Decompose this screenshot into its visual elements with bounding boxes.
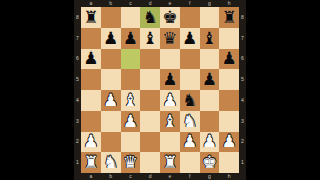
square-h5[interactable] [219,69,239,90]
file-label-e: e [160,0,180,7]
square-e5[interactable]: ♟ [160,69,180,90]
square-a5[interactable] [81,69,101,90]
square-h1[interactable] [219,152,239,173]
piece-black-pawn: ♟ [222,50,237,67]
rank-label-8: 8 [74,7,81,28]
square-f7[interactable]: ♟ [180,28,200,49]
piece-black-rook: ♜ [83,8,98,25]
square-g5[interactable]: ♟ [200,69,220,90]
rank-label-4: 4 [74,90,81,111]
piece-white-bishop: ♝ [123,91,138,108]
file-label-a: a [81,0,101,7]
rank-label-5: 5 [74,69,81,90]
rank-label-6: 6 [239,49,246,70]
square-d2[interactable] [140,132,160,153]
square-g8[interactable] [200,7,220,28]
rank-labels-right: 87654321 [239,7,246,173]
piece-black-pawn: ♟ [83,50,98,67]
square-c2[interactable] [121,132,141,153]
square-g1[interactable]: ♚ [200,152,220,173]
square-d6[interactable] [140,49,160,70]
square-c5[interactable] [121,69,141,90]
file-label-b: b [101,0,121,7]
piece-black-rook: ♜ [222,8,237,25]
square-b8[interactable] [101,7,121,28]
square-f6[interactable] [180,49,200,70]
piece-black-pawn: ♟ [202,71,217,88]
file-label-a: a [81,173,101,180]
piece-white-pawn: ♟ [83,133,98,150]
square-b3[interactable] [101,111,121,132]
rank-labels-left: 87654321 [74,7,81,173]
piece-white-pawn: ♟ [103,91,118,108]
square-h3[interactable] [219,111,239,132]
square-b5[interactable] [101,69,121,90]
piece-white-pawn: ♟ [222,133,237,150]
video-frame: abcdefgh abcdefgh 87654321 87654321 ♜♞♚♜… [0,0,320,180]
file-label-f: f [180,0,200,7]
square-h2[interactable]: ♟ [219,132,239,153]
rank-label-1: 1 [239,152,246,173]
square-b6[interactable] [101,49,121,70]
square-h7[interactable] [219,28,239,49]
square-d1[interactable] [140,152,160,173]
square-e8[interactable]: ♚ [160,7,180,28]
square-g7[interactable]: ♝ [200,28,220,49]
rank-label-1: 1 [74,152,81,173]
file-label-g: g [200,173,220,180]
square-b7[interactable]: ♟ [101,28,121,49]
square-f2[interactable]: ♟ [180,132,200,153]
square-a4[interactable] [81,90,101,111]
piece-black-king: ♚ [162,8,177,25]
piece-white-knight: ♞ [182,112,197,129]
piece-white-pawn: ♟ [162,91,177,108]
piece-white-knight: ♞ [103,154,118,171]
file-label-c: c [121,173,141,180]
square-g4[interactable] [200,90,220,111]
rank-label-2: 2 [74,132,81,153]
square-f1[interactable] [180,152,200,173]
file-label-f: f [180,173,200,180]
square-a8[interactable]: ♜ [81,7,101,28]
rank-label-7: 7 [74,28,81,49]
file-label-e: e [160,173,180,180]
square-h4[interactable] [219,90,239,111]
piece-black-bishop: ♝ [143,29,158,46]
square-d4[interactable] [140,90,160,111]
piece-white-king: ♚ [202,154,217,171]
piece-black-bishop: ♝ [202,29,217,46]
square-g2[interactable]: ♟ [200,132,220,153]
file-label-c: c [121,0,141,7]
square-d5[interactable] [140,69,160,90]
square-a6[interactable]: ♟ [81,49,101,70]
square-c3[interactable]: ♟ [121,111,141,132]
rank-label-8: 8 [239,7,246,28]
piece-black-queen: ♛ [162,29,177,46]
square-a7[interactable] [81,28,101,49]
rank-label-3: 3 [239,111,246,132]
square-a2[interactable]: ♟ [81,132,101,153]
square-f3[interactable]: ♞ [180,111,200,132]
square-e6[interactable] [160,49,180,70]
rank-label-3: 3 [74,111,81,132]
square-f4[interactable]: ♞ [180,90,200,111]
square-a3[interactable] [81,111,101,132]
piece-black-pawn: ♟ [123,29,138,46]
file-labels-top: abcdefgh [81,0,239,7]
piece-white-bishop: ♝ [162,112,177,129]
rank-label-2: 2 [239,132,246,153]
chess-board-squares: ♜♞♚♜♟♟♝♛♟♝♟♟♟♟♟♝♟♞♟♝♞♟♟♟♟♜♞♛♜♚ [81,7,239,173]
square-c6[interactable] [121,49,141,70]
piece-white-rook: ♜ [83,154,98,171]
square-d8[interactable]: ♞ [140,7,160,28]
piece-black-knight: ♞ [182,91,197,108]
piece-black-pawn: ♟ [162,71,177,88]
piece-black-pawn: ♟ [182,29,197,46]
square-f5[interactable] [180,69,200,90]
piece-black-knight: ♞ [143,8,158,25]
file-label-h: h [219,173,239,180]
rank-label-4: 4 [239,90,246,111]
square-d3[interactable] [140,111,160,132]
file-label-d: d [140,173,160,180]
rank-label-7: 7 [239,28,246,49]
file-label-b: b [101,173,121,180]
square-c8[interactable] [121,7,141,28]
piece-white-queen: ♛ [123,154,138,171]
square-c7[interactable]: ♟ [121,28,141,49]
piece-white-rook: ♜ [162,154,177,171]
piece-white-pawn: ♟ [123,112,138,129]
square-a1[interactable]: ♜ [81,152,101,173]
square-h6[interactable]: ♟ [219,49,239,70]
square-e1[interactable]: ♜ [160,152,180,173]
square-e3[interactable]: ♝ [160,111,180,132]
square-b2[interactable] [101,132,121,153]
file-label-d: d [140,0,160,7]
square-g3[interactable] [200,111,220,132]
piece-black-pawn: ♟ [103,29,118,46]
square-g6[interactable] [200,49,220,70]
chess-board: abcdefgh abcdefgh 87654321 87654321 ♜♞♚♜… [74,0,246,180]
square-f8[interactable] [180,7,200,28]
piece-white-pawn: ♟ [202,133,217,150]
square-b1[interactable]: ♞ [101,152,121,173]
piece-white-pawn: ♟ [182,133,197,150]
square-h8[interactable]: ♜ [219,7,239,28]
square-d7[interactable]: ♝ [140,28,160,49]
square-e4[interactable]: ♟ [160,90,180,111]
square-c4[interactable]: ♝ [121,90,141,111]
square-e2[interactable] [160,132,180,153]
file-label-g: g [200,0,220,7]
rank-label-5: 5 [239,69,246,90]
rank-label-6: 6 [74,49,81,70]
file-label-h: h [219,0,239,7]
file-labels-bottom: abcdefgh [81,173,239,180]
square-b4[interactable]: ♟ [101,90,121,111]
square-e7[interactable]: ♛ [160,28,180,49]
square-c1[interactable]: ♛ [121,152,141,173]
